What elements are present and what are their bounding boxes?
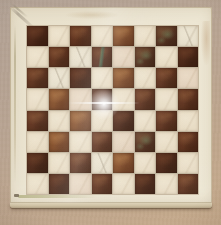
square-f2[interactable] <box>135 153 156 173</box>
square-e3[interactable] <box>113 132 134 152</box>
square-h3[interactable] <box>178 132 199 152</box>
photo-background <box>0 0 221 225</box>
square-e1[interactable] <box>113 174 134 194</box>
square-c1[interactable] <box>70 174 91 194</box>
marble-smudge-right-border <box>201 21 210 65</box>
square-e6[interactable] <box>113 68 134 88</box>
square-d2[interactable] <box>92 153 113 173</box>
square-h1[interactable] <box>178 174 199 194</box>
square-b1[interactable] <box>49 174 70 194</box>
square-c2[interactable] <box>70 153 91 173</box>
square-d4[interactable] <box>92 111 113 131</box>
square-c8[interactable] <box>70 26 91 46</box>
square-d1[interactable] <box>92 174 113 194</box>
square-d5[interactable] <box>92 89 113 109</box>
square-a3[interactable] <box>27 132 48 152</box>
square-f8[interactable] <box>135 26 156 46</box>
square-c3[interactable] <box>70 132 91 152</box>
square-f7[interactable] <box>135 47 156 67</box>
square-e5[interactable] <box>113 89 134 109</box>
square-e2[interactable] <box>113 153 134 173</box>
square-g1[interactable] <box>156 174 177 194</box>
square-h6[interactable] <box>178 68 199 88</box>
marble-smudge-top-border <box>66 11 118 19</box>
marble-vein-top-left-2 <box>10 2 28 18</box>
square-f5[interactable] <box>135 89 156 109</box>
square-a8[interactable] <box>27 26 48 46</box>
square-b5[interactable] <box>49 89 70 109</box>
square-g6[interactable] <box>156 68 177 88</box>
square-a1[interactable] <box>27 174 48 194</box>
square-d7[interactable] <box>92 47 113 67</box>
square-h4[interactable] <box>178 111 199 131</box>
square-g3[interactable] <box>156 132 177 152</box>
square-g4[interactable] <box>156 111 177 131</box>
square-f6[interactable] <box>135 68 156 88</box>
slab-side-edge <box>10 203 212 208</box>
square-a7[interactable] <box>27 47 48 67</box>
square-f4[interactable] <box>135 111 156 131</box>
square-g5[interactable] <box>156 89 177 109</box>
square-f3[interactable] <box>135 132 156 152</box>
square-a5[interactable] <box>27 89 48 109</box>
square-b8[interactable] <box>49 26 70 46</box>
square-g2[interactable] <box>156 153 177 173</box>
square-f1[interactable] <box>135 174 156 194</box>
square-b7[interactable] <box>49 47 70 67</box>
chessboard-grid <box>27 26 198 194</box>
square-a6[interactable] <box>27 68 48 88</box>
square-b3[interactable] <box>49 132 70 152</box>
square-d3[interactable] <box>92 132 113 152</box>
square-a4[interactable] <box>27 111 48 131</box>
square-e7[interactable] <box>113 47 134 67</box>
makers-mark <box>14 194 19 197</box>
square-d6[interactable] <box>92 68 113 88</box>
square-c4[interactable] <box>70 111 91 131</box>
square-a2[interactable] <box>27 153 48 173</box>
marble-vein-bottom-border <box>18 195 96 198</box>
marble-vein-left-border <box>14 25 16 183</box>
square-g7[interactable] <box>156 47 177 67</box>
square-h7[interactable] <box>178 47 199 67</box>
square-h2[interactable] <box>178 153 199 173</box>
square-g8[interactable] <box>156 26 177 46</box>
chess-board <box>10 7 212 203</box>
square-b2[interactable] <box>49 153 70 173</box>
square-c5[interactable] <box>70 89 91 109</box>
square-c7[interactable] <box>70 47 91 67</box>
square-h8[interactable] <box>178 26 199 46</box>
square-e4[interactable] <box>113 111 134 131</box>
square-c6[interactable] <box>70 68 91 88</box>
square-d8[interactable] <box>92 26 113 46</box>
square-b6[interactable] <box>49 68 70 88</box>
square-h5[interactable] <box>178 89 199 109</box>
square-e8[interactable] <box>113 26 134 46</box>
square-b4[interactable] <box>49 111 70 131</box>
